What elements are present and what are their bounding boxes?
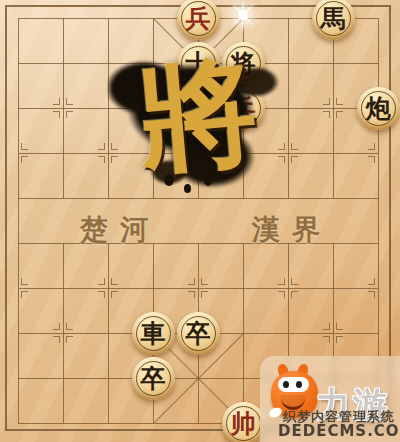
point-marker: [201, 278, 208, 285]
point-marker: [53, 98, 60, 105]
point-marker: [278, 278, 285, 285]
point-marker: [291, 291, 298, 298]
piece-black-炮[interactable]: 炮: [357, 87, 400, 130]
point-marker: [368, 278, 375, 285]
point-marker: [323, 111, 330, 118]
point-marker: [53, 323, 60, 330]
point-marker: [98, 291, 105, 298]
piece-glyph: 卒: [132, 357, 175, 400]
point-marker: [336, 336, 343, 343]
point-marker: [291, 278, 298, 285]
point-marker: [111, 278, 118, 285]
point-marker: [21, 278, 28, 285]
sparkle-effect-icon: [236, 8, 250, 22]
point-marker: [66, 111, 73, 118]
piece-glyph: 卒: [177, 312, 220, 355]
grid-vline: [63, 243, 64, 423]
grid-vline: [108, 243, 109, 423]
point-marker: [98, 278, 105, 285]
point-marker: [368, 143, 375, 150]
mascot-pupil: [283, 381, 289, 388]
grid-hline: [18, 198, 378, 199]
piece-glyph: 帅: [222, 402, 265, 442]
point-marker: [21, 143, 28, 150]
piece-red-兵[interactable]: 兵: [177, 0, 220, 40]
mascot-pupil: [296, 381, 302, 388]
ink-drip: [204, 176, 212, 186]
piece-glyph: 兵: [177, 0, 220, 40]
point-marker: [66, 98, 73, 105]
piece-black-馬[interactable]: 馬: [312, 0, 355, 40]
point-marker: [336, 111, 343, 118]
piece-black-卒[interactable]: 卒: [132, 357, 175, 400]
point-marker: [188, 291, 195, 298]
check-banner: 將: [108, 46, 288, 196]
piece-glyph: 馬: [312, 0, 355, 40]
check-banner-glyph: 將: [102, 34, 294, 199]
point-marker: [201, 291, 208, 298]
watermark-line2: DEDECMS.COM: [278, 422, 400, 440]
point-marker: [291, 143, 298, 150]
point-marker: [278, 291, 285, 298]
point-marker: [53, 336, 60, 343]
xiangqi-board-screen: 楚河 漢界 兵馬士将兵炮兵車卒卒帅 將 力游 织梦内容管理系统 DEDECMS.…: [0, 0, 400, 442]
point-marker: [368, 156, 375, 163]
point-marker: [323, 323, 330, 330]
point-marker: [21, 156, 28, 163]
ink-drip: [184, 184, 191, 193]
grid-vline: [63, 18, 64, 198]
piece-red-帅[interactable]: 帅: [222, 402, 265, 442]
point-marker: [336, 98, 343, 105]
point-marker: [111, 291, 118, 298]
point-marker: [336, 323, 343, 330]
point-marker: [66, 336, 73, 343]
piece-black-車[interactable]: 車: [132, 312, 175, 355]
ink-drip: [164, 174, 174, 186]
river-label-left: 楚河: [80, 211, 160, 249]
point-marker: [66, 323, 73, 330]
piece-glyph: 炮: [357, 87, 400, 130]
mascot-eyes: [278, 377, 309, 392]
point-marker: [323, 336, 330, 343]
piece-glyph: 車: [132, 312, 175, 355]
point-marker: [53, 111, 60, 118]
piece-black-卒[interactable]: 卒: [177, 312, 220, 355]
sparkle-ray: [242, 0, 244, 32]
point-marker: [188, 278, 195, 285]
point-marker: [368, 291, 375, 298]
grid-vline: [18, 18, 19, 423]
grid-vline: [333, 18, 334, 198]
river-label-right: 漢界: [252, 211, 332, 249]
point-marker: [323, 98, 330, 105]
point-marker: [98, 156, 105, 163]
point-marker: [21, 291, 28, 298]
point-marker: [98, 143, 105, 150]
